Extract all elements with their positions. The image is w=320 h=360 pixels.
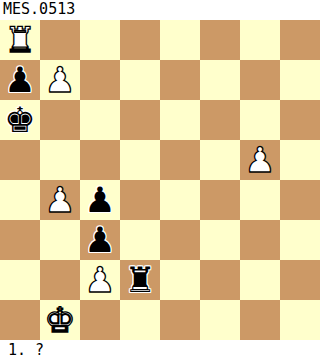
square-g8[interactable]	[240, 20, 280, 60]
square-f7[interactable]	[200, 60, 240, 100]
square-h5[interactable]	[280, 140, 320, 180]
white-pawn: ♟	[44, 180, 75, 220]
square-b5[interactable]	[40, 140, 80, 180]
square-c1[interactable]	[80, 300, 120, 340]
square-c3[interactable]: ♟	[80, 220, 120, 260]
square-g2[interactable]	[240, 260, 280, 300]
black-pawn: ♟	[84, 180, 115, 220]
square-d3[interactable]	[120, 220, 160, 260]
square-e2[interactable]	[160, 260, 200, 300]
square-c8[interactable]	[80, 20, 120, 60]
square-h3[interactable]	[280, 220, 320, 260]
black-rook: ♜	[124, 260, 155, 300]
square-c5[interactable]	[80, 140, 120, 180]
square-e1[interactable]	[160, 300, 200, 340]
square-d4[interactable]	[120, 180, 160, 220]
square-f2[interactable]	[200, 260, 240, 300]
square-d1[interactable]	[120, 300, 160, 340]
square-b6[interactable]	[40, 100, 80, 140]
square-f3[interactable]	[200, 220, 240, 260]
square-h8[interactable]	[280, 20, 320, 60]
square-c4[interactable]: ♟	[80, 180, 120, 220]
square-b3[interactable]	[40, 220, 80, 260]
square-g5[interactable]: ♟	[240, 140, 280, 180]
black-king: ♚	[4, 100, 35, 140]
square-e5[interactable]	[160, 140, 200, 180]
square-f1[interactable]	[200, 300, 240, 340]
white-rook: ♜	[4, 20, 35, 60]
square-d5[interactable]	[120, 140, 160, 180]
square-a8[interactable]: ♜	[0, 20, 40, 60]
square-h2[interactable]	[280, 260, 320, 300]
square-g3[interactable]	[240, 220, 280, 260]
black-pawn: ♟	[4, 60, 35, 100]
white-pawn: ♟	[84, 260, 115, 300]
square-g1[interactable]	[240, 300, 280, 340]
square-f8[interactable]	[200, 20, 240, 60]
move-prompt: 1. ?	[0, 340, 320, 360]
square-f4[interactable]	[200, 180, 240, 220]
square-a5[interactable]	[0, 140, 40, 180]
square-d2[interactable]: ♜	[120, 260, 160, 300]
square-e4[interactable]	[160, 180, 200, 220]
square-g6[interactable]	[240, 100, 280, 140]
square-a3[interactable]	[0, 220, 40, 260]
square-e7[interactable]	[160, 60, 200, 100]
square-h1[interactable]	[280, 300, 320, 340]
square-h4[interactable]	[280, 180, 320, 220]
square-h7[interactable]	[280, 60, 320, 100]
square-e6[interactable]	[160, 100, 200, 140]
square-a1[interactable]	[0, 300, 40, 340]
diagram-title: MES.0513	[0, 0, 320, 20]
square-e3[interactable]	[160, 220, 200, 260]
white-pawn: ♟	[44, 60, 75, 100]
square-c7[interactable]	[80, 60, 120, 100]
square-b7[interactable]: ♟	[40, 60, 80, 100]
square-g4[interactable]	[240, 180, 280, 220]
square-a2[interactable]	[0, 260, 40, 300]
chess-board: ♜♟♟♚♟♟♟♟♟♜♚	[0, 20, 320, 340]
white-king: ♚	[44, 300, 75, 340]
square-a6[interactable]: ♚	[0, 100, 40, 140]
square-b8[interactable]	[40, 20, 80, 60]
chess-diagram: MES.0513 ♜♟♟♚♟♟♟♟♟♜♚ 1. ?	[0, 0, 320, 360]
square-d8[interactable]	[120, 20, 160, 60]
square-c2[interactable]: ♟	[80, 260, 120, 300]
square-b4[interactable]: ♟	[40, 180, 80, 220]
square-a4[interactable]	[0, 180, 40, 220]
square-f5[interactable]	[200, 140, 240, 180]
square-e8[interactable]	[160, 20, 200, 60]
square-g7[interactable]	[240, 60, 280, 100]
white-pawn: ♟	[244, 140, 275, 180]
square-f6[interactable]	[200, 100, 240, 140]
square-a7[interactable]: ♟	[0, 60, 40, 100]
square-d7[interactable]	[120, 60, 160, 100]
square-b2[interactable]	[40, 260, 80, 300]
square-b1[interactable]: ♚	[40, 300, 80, 340]
square-c6[interactable]	[80, 100, 120, 140]
black-pawn: ♟	[84, 220, 115, 260]
square-d6[interactable]	[120, 100, 160, 140]
square-h6[interactable]	[280, 100, 320, 140]
